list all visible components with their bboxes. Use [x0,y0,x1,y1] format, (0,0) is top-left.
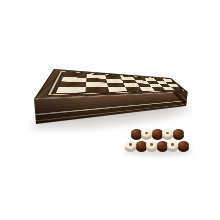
checker-piece-light [146,141,157,153]
checker-top [152,129,163,137]
checker-piece-dark [136,141,147,153]
checker-center-dot [150,143,154,146]
checker-piece-dark [131,129,142,141]
checker-center-dot [145,132,149,135]
checkerboard [56,73,182,93]
checker-piece-dark [173,129,184,141]
checker-center-dot [166,132,170,135]
checker-top [157,141,168,149]
board-cell-dark [86,87,109,93]
checker-top [131,129,142,137]
board-cell-light [108,87,127,92]
checker-piece-light [125,141,136,153]
checker-center-dot [171,143,175,146]
product-photo-stage [0,0,220,220]
checker-piece-dark [152,129,163,141]
checker-top [136,141,147,149]
checker-piece-light [167,141,178,153]
checker-top [178,141,189,149]
checker-piece-dark [157,141,168,153]
checker-top [173,129,184,137]
checker-piece-dark [178,141,189,153]
checker-center-dot [129,143,133,146]
board-cell-light [56,87,86,93]
checker-piece-light [141,129,152,141]
checker-piece-light [162,129,173,141]
